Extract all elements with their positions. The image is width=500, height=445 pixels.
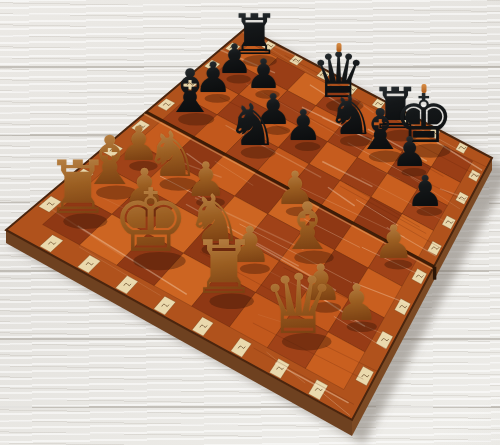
- piece-black-pawn-d6[interactable]: ♟: [284, 105, 322, 147]
- chess-photo-scene: ♜♛♜♚♟♟♞♝♟♟♟♟♟♝♞♟♟♟♞♟♝♝♟♞♟♟♟♜♚♜♛: [0, 0, 500, 445]
- piece-white-pawn-h2[interactable]: ♟: [334, 278, 379, 328]
- piece-black-bishop-a5[interactable]: ♝: [163, 62, 217, 122]
- piece-white-rook-e1[interactable]: ♜: [191, 230, 257, 304]
- piece-white-pawn-h4[interactable]: ♟: [373, 220, 414, 266]
- piece-white-bishop-f3[interactable]: ♝: [278, 194, 337, 260]
- piece-white-rook-a1[interactable]: ♜: [45, 151, 111, 224]
- piece-black-knight-c5[interactable]: ♞: [226, 97, 278, 155]
- piece-white-king-c1[interactable]: ♚: [112, 178, 190, 265]
- hinge-slit: [433, 267, 436, 280]
- piece-black-pawn-h6[interactable]: ♟: [406, 170, 444, 213]
- piece-white-queen-g1[interactable]: ♛: [261, 263, 335, 346]
